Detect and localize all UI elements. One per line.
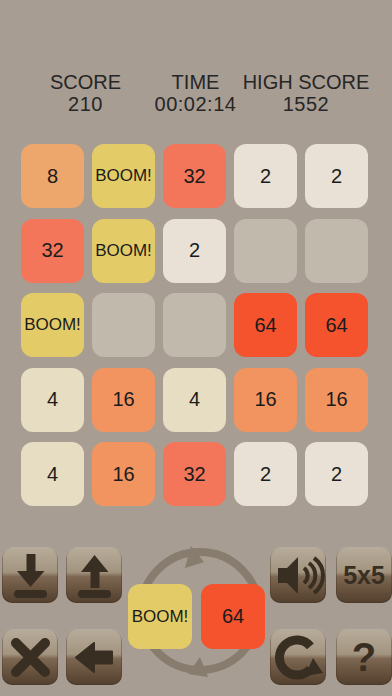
high-score-value: 1552 — [240, 93, 372, 115]
score-value: 210 — [23, 93, 148, 115]
app-screen: SCORE 210 TIME 00:02:14 HIGH SCORE 1552 … — [0, 0, 392, 696]
score-label: SCORE — [23, 72, 148, 93]
tile-boom: BOOM! — [92, 219, 155, 283]
help-button[interactable]: ? — [336, 629, 392, 685]
tile-2: 2 — [234, 442, 297, 506]
tile-2: 2 — [234, 144, 297, 208]
undo-back-button[interactable] — [66, 629, 122, 685]
help-label: ? — [352, 635, 376, 680]
next-tile-boom: BOOM! — [128, 584, 192, 649]
restart-button[interactable] — [270, 629, 326, 685]
empty-cell — [163, 293, 226, 357]
tile-4: 4 — [21, 368, 84, 432]
tile-8: 8 — [21, 144, 84, 208]
tile-2: 2 — [163, 219, 226, 283]
tile-32: 32 — [21, 219, 84, 283]
restart-rotate-icon — [271, 630, 326, 685]
next-tile-64: 64 — [201, 584, 265, 649]
push-down-button[interactable] — [2, 547, 58, 603]
tile-16: 16 — [92, 368, 155, 432]
grid-size-button[interactable]: 5x5 — [336, 547, 392, 603]
empty-cell — [305, 219, 368, 283]
high-score-label: HIGH SCORE — [240, 72, 372, 93]
push-up-button[interactable] — [66, 547, 122, 603]
tile-boom: BOOM! — [21, 293, 84, 357]
game-board[interactable]: 8BOOM!322232BOOM!2BOOM!64644164161641632… — [21, 144, 368, 506]
score-panel: SCORE 210 — [23, 72, 148, 115]
tile-2: 2 — [305, 442, 368, 506]
tile-64: 64 — [234, 293, 297, 357]
tile-4: 4 — [163, 368, 226, 432]
close-button[interactable] — [2, 629, 58, 685]
tile-32: 32 — [163, 144, 226, 208]
arrow-up-from-line-icon — [67, 548, 122, 603]
sound-button[interactable] — [270, 547, 326, 603]
empty-cell — [92, 293, 155, 357]
close-x-icon — [3, 630, 58, 685]
tile-2: 2 — [305, 144, 368, 208]
empty-cell — [234, 219, 297, 283]
grid-size-label: 5x5 — [343, 561, 385, 590]
tile-boom: BOOM! — [92, 144, 155, 208]
high-score-panel: HIGH SCORE 1552 — [240, 72, 372, 115]
tile-64: 64 — [305, 293, 368, 357]
tile-16: 16 — [234, 368, 297, 432]
arrow-left-icon — [67, 630, 122, 685]
tile-16: 16 — [305, 368, 368, 432]
tile-16: 16 — [92, 442, 155, 506]
tile-4: 4 — [21, 442, 84, 506]
arrow-down-to-line-icon — [3, 548, 58, 603]
tile-32: 32 — [163, 442, 226, 506]
speaker-icon — [271, 548, 326, 603]
